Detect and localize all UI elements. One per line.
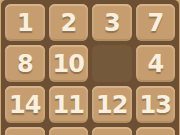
tile-11[interactable]: 11 [49,86,89,123]
tile-4[interactable]: 4 [136,45,176,82]
puzzle-viewport: 123781041411121315659 [0,0,180,135]
screenshot-root: { "game": "15-puzzle", "description": "4… [0,0,180,135]
tile-1[interactable]: 1 [5,4,45,41]
empty-cell [92,45,132,82]
tile-3[interactable]: 3 [92,4,132,41]
tile-6[interactable]: 6 [49,127,89,135]
tile-8[interactable]: 8 [5,45,45,82]
tile-14[interactable]: 14 [5,86,45,123]
tile-13[interactable]: 13 [136,86,176,123]
tile-7[interactable]: 7 [136,4,176,41]
puzzle-board-frame: 123781041411121315659 [1,0,179,135]
tile-15[interactable]: 15 [5,127,45,135]
tile-12[interactable]: 12 [92,86,132,123]
tile-5[interactable]: 5 [92,127,132,135]
puzzle-grid: 123781041411121315659 [5,4,175,135]
tile-9[interactable]: 9 [136,127,176,135]
tile-10[interactable]: 10 [49,45,89,82]
tile-2[interactable]: 2 [49,4,89,41]
